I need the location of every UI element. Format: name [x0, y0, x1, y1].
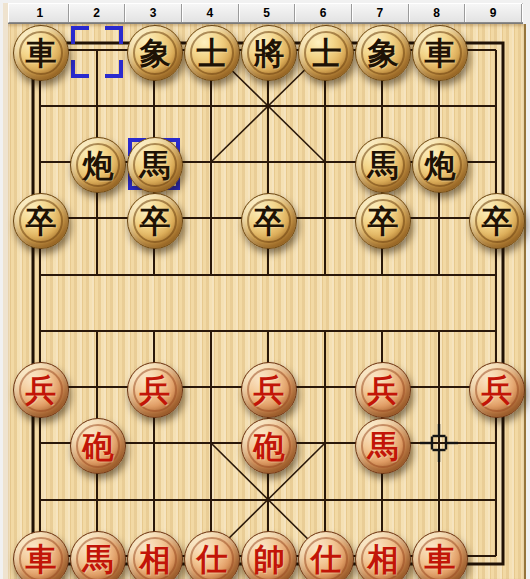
piece-character: 兵: [26, 375, 57, 406]
piece-red-horse[interactable]: 馬: [355, 418, 411, 474]
piece-character: 炮: [83, 150, 114, 181]
piece-character: 相: [368, 544, 399, 575]
piece-character: 士: [197, 38, 228, 69]
piece-black-horse[interactable]: 馬: [355, 137, 411, 193]
piece-character: 車: [425, 38, 456, 69]
piece-black-soldier[interactable]: 卒: [13, 193, 69, 249]
piece-red-soldier[interactable]: 兵: [355, 362, 411, 418]
piece-character: 仕: [197, 544, 228, 575]
piece-black-chariot[interactable]: 車: [412, 25, 468, 81]
piece-character: 卒: [26, 206, 57, 237]
piece-red-horse[interactable]: 馬: [70, 531, 126, 579]
piece-character: 卒: [482, 206, 513, 237]
piece-character: 兵: [482, 375, 513, 406]
piece-red-chariot[interactable]: 車: [412, 531, 468, 579]
piece-black-elephant[interactable]: 象: [127, 25, 183, 81]
piece-red-cannon[interactable]: 砲: [241, 418, 297, 474]
piece-black-cannon[interactable]: 炮: [412, 137, 468, 193]
piece-black-soldier[interactable]: 卒: [355, 193, 411, 249]
piece-character: 車: [425, 544, 456, 575]
piece-character: 士: [311, 38, 342, 69]
piece-character: 車: [26, 544, 57, 575]
piece-red-soldier[interactable]: 兵: [13, 362, 69, 418]
piece-red-general[interactable]: 帥: [241, 531, 297, 579]
piece-character: 車: [26, 38, 57, 69]
piece-black-general[interactable]: 將: [241, 25, 297, 81]
piece-red-soldier[interactable]: 兵: [241, 362, 297, 418]
piece-black-chariot[interactable]: 車: [13, 25, 69, 81]
piece-character: 相: [140, 544, 171, 575]
piece-red-advisor[interactable]: 仕: [184, 531, 240, 579]
piece-character: 兵: [368, 375, 399, 406]
piece-red-cannon[interactable]: 砲: [70, 418, 126, 474]
piece-black-cannon[interactable]: 炮: [70, 137, 126, 193]
board-grid: [0, 0, 530, 579]
piece-character: 兵: [254, 375, 285, 406]
piece-character: 砲: [254, 431, 285, 462]
piece-red-elephant[interactable]: 相: [127, 531, 183, 579]
piece-character: 將: [254, 38, 285, 69]
piece-red-soldier[interactable]: 兵: [469, 362, 525, 418]
piece-black-soldier[interactable]: 卒: [241, 193, 297, 249]
piece-character: 象: [140, 38, 171, 69]
piece-character: 象: [368, 38, 399, 69]
piece-black-horse[interactable]: 馬: [127, 137, 183, 193]
piece-character: 馬: [368, 431, 399, 462]
piece-red-chariot[interactable]: 車: [13, 531, 69, 579]
piece-black-advisor[interactable]: 士: [298, 25, 354, 81]
piece-black-soldier[interactable]: 卒: [469, 193, 525, 249]
piece-character: 帥: [254, 544, 285, 575]
crosshair-cursor: [417, 421, 461, 465]
piece-red-soldier[interactable]: 兵: [127, 362, 183, 418]
piece-character: 卒: [254, 206, 285, 237]
piece-character: 馬: [140, 150, 171, 181]
piece-character: 仕: [311, 544, 342, 575]
piece-black-soldier[interactable]: 卒: [127, 193, 183, 249]
piece-character: 砲: [83, 431, 114, 462]
piece-character: 馬: [83, 544, 114, 575]
piece-red-advisor[interactable]: 仕: [298, 531, 354, 579]
piece-black-elephant[interactable]: 象: [355, 25, 411, 81]
piece-character: 兵: [140, 375, 171, 406]
piece-black-advisor[interactable]: 士: [184, 25, 240, 81]
piece-red-elephant[interactable]: 相: [355, 531, 411, 579]
piece-character: 馬: [368, 150, 399, 181]
piece-character: 卒: [368, 206, 399, 237]
xiangqi-board[interactable]: 車象士將士象車炮馬馬炮卒卒卒卒卒兵兵兵兵兵砲砲馬車馬相仕帥仕相車: [8, 24, 526, 579]
xiangqi-app-window: 123456789 車象士將士象車炮馬馬炮卒卒卒卒卒兵兵兵兵兵砲砲馬車馬相仕帥仕…: [0, 0, 530, 579]
piece-character: 炮: [425, 150, 456, 181]
piece-character: 卒: [140, 206, 171, 237]
last-move-from-marker: [71, 26, 123, 78]
